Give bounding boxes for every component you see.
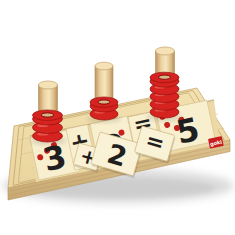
- peg-right-rings[interactable]: [150, 72, 179, 118]
- peg-right-top: [156, 47, 175, 55]
- counting-board-scene: 3 + 2 = 5 goki +: [0, 0, 235, 235]
- peg-middle-rings[interactable]: [90, 97, 118, 120]
- peg-middle-top: [95, 62, 113, 70]
- peg-left-top: [39, 81, 58, 89]
- peg-left-rings[interactable]: [33, 110, 63, 142]
- product-photo-stage: 3 + 2 = 5 goki +: [0, 0, 235, 235]
